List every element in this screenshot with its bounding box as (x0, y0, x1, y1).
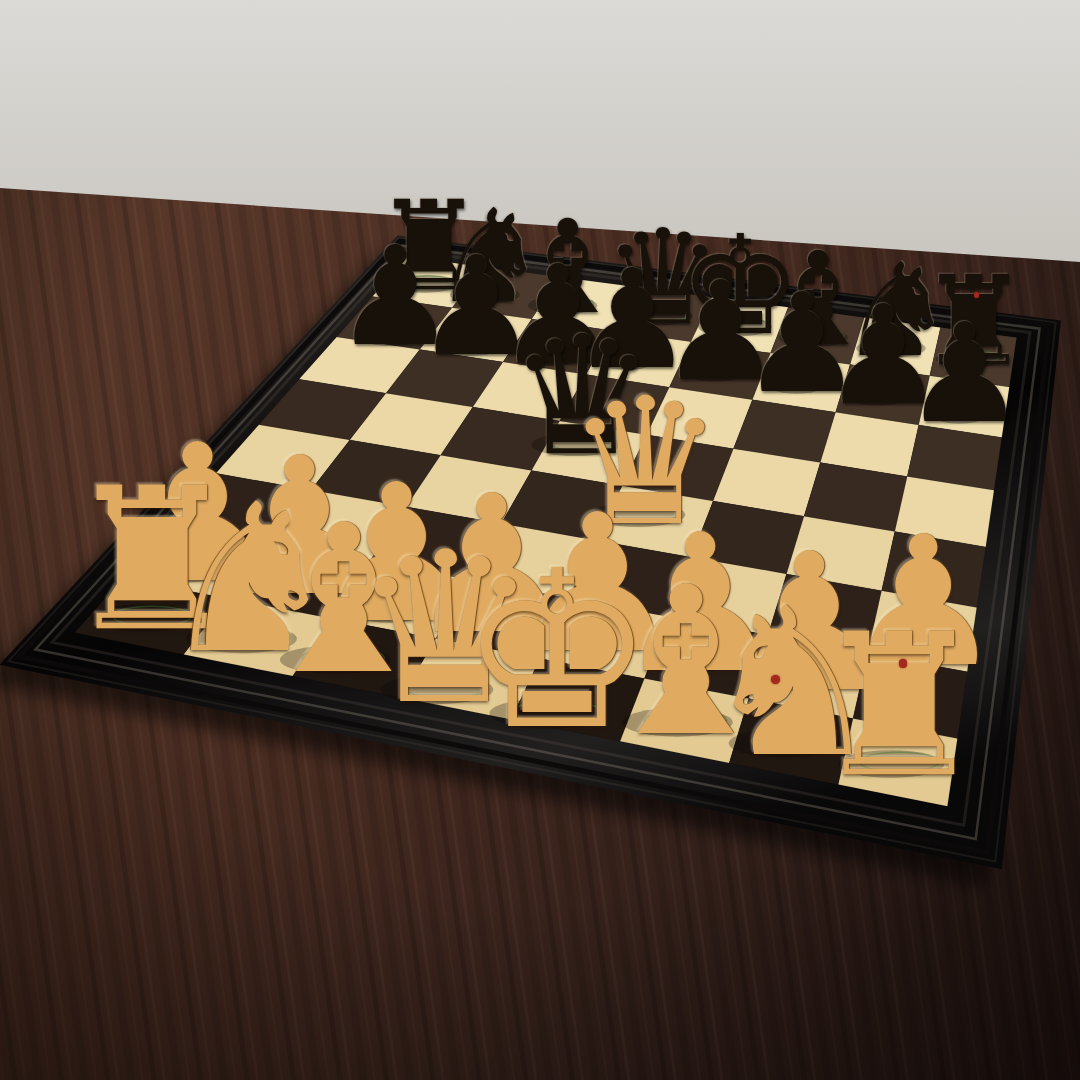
piece-shadow (280, 645, 391, 674)
piece-shadow (489, 698, 606, 728)
piece-shadow (380, 675, 493, 704)
chess-board (0, 0, 1080, 1080)
chess-photo-scene: ♜♞♝♛♚♟♝♟♞♟♜♟♟♟♟♟♛♛♟♟♟♜♟♞♟♟♟♝♟♛♚♝♞♜ (0, 0, 1080, 1080)
piece-shadow (729, 729, 840, 758)
piece-shadow (838, 750, 944, 778)
piece-shadow (91, 604, 197, 632)
piece-shadow (186, 625, 297, 654)
piece-shadow (622, 708, 733, 737)
